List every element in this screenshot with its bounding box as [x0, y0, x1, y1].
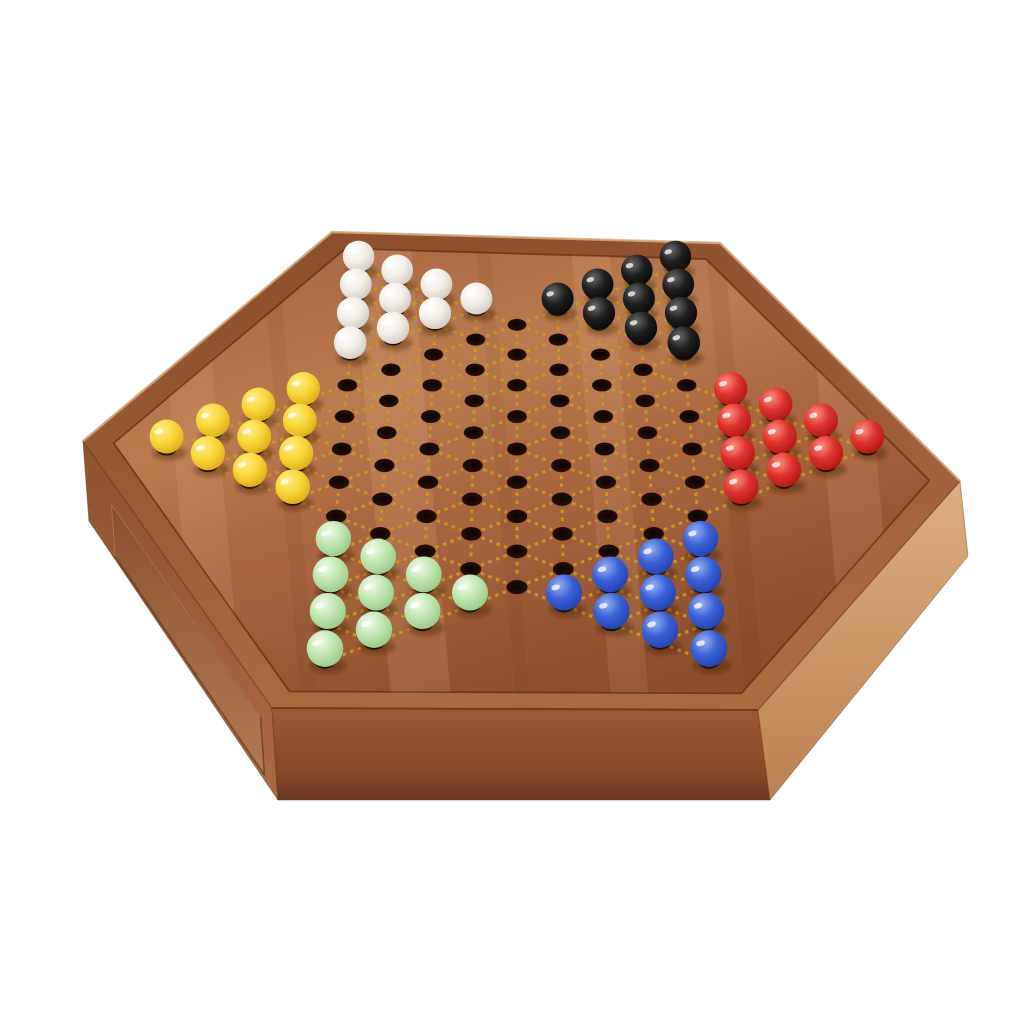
board-hole[interactable]: [507, 348, 526, 360]
board-hole[interactable]: [592, 379, 612, 392]
marble-green[interactable]: [356, 612, 392, 648]
board-hole[interactable]: [465, 394, 485, 407]
marble-red[interactable]: [759, 388, 793, 422]
marble-white[interactable]: [340, 268, 372, 300]
marble-red[interactable]: [804, 404, 838, 438]
marble-green[interactable]: [404, 593, 440, 629]
marble-black[interactable]: [621, 254, 653, 286]
marble-red[interactable]: [721, 436, 755, 470]
board-hole[interactable]: [464, 426, 484, 439]
board-hole[interactable]: [685, 476, 705, 489]
marble-red[interactable]: [724, 469, 759, 504]
marble-black[interactable]: [665, 297, 697, 329]
board-hole[interactable]: [379, 394, 399, 407]
board-hole[interactable]: [597, 510, 617, 524]
board-hole[interactable]: [507, 544, 528, 558]
board-hole[interactable]: [335, 410, 355, 423]
board-hole[interactable]: [462, 492, 482, 506]
marble-red[interactable]: [809, 436, 843, 470]
board-hole[interactable]: [635, 394, 655, 407]
marble-yellow[interactable]: [233, 453, 267, 487]
board-hole[interactable]: [552, 492, 572, 506]
board-hole[interactable]: [372, 492, 392, 506]
board-hole[interactable]: [418, 476, 438, 489]
board-hole[interactable]: [329, 476, 349, 489]
marble-green[interactable]: [452, 575, 488, 611]
marble-white[interactable]: [381, 254, 413, 286]
board-hole[interactable]: [465, 364, 484, 377]
board-hole[interactable]: [463, 459, 483, 472]
board-hole[interactable]: [507, 410, 527, 423]
board-hole[interactable]: [507, 442, 527, 455]
board-hole[interactable]: [549, 364, 568, 377]
marble-yellow[interactable]: [191, 436, 225, 470]
marble-green[interactable]: [358, 575, 394, 611]
board-hole[interactable]: [374, 459, 394, 472]
board-hole[interactable]: [593, 410, 613, 423]
marble-blue[interactable]: [691, 630, 728, 667]
marble-red[interactable]: [717, 404, 751, 438]
marble-white[interactable]: [343, 241, 374, 272]
marble-black[interactable]: [660, 241, 691, 272]
marble-white[interactable]: [419, 297, 451, 329]
marble-blue[interactable]: [642, 612, 678, 648]
board-hole[interactable]: [551, 459, 571, 472]
marble-green[interactable]: [313, 557, 349, 593]
board-hole[interactable]: [641, 492, 661, 506]
marble-yellow[interactable]: [279, 436, 313, 470]
board-hole[interactable]: [461, 527, 482, 541]
board-hole[interactable]: [633, 364, 652, 377]
board-hole[interactable]: [550, 394, 570, 407]
marble-yellow[interactable]: [237, 420, 271, 454]
marble-white[interactable]: [460, 283, 492, 315]
board-hole[interactable]: [682, 442, 702, 455]
marble-green[interactable]: [310, 593, 346, 629]
marble-yellow[interactable]: [242, 388, 276, 422]
board-hole[interactable]: [377, 426, 397, 439]
marble-black[interactable]: [668, 326, 701, 359]
marble-red[interactable]: [850, 420, 884, 454]
marble-blue[interactable]: [594, 593, 630, 629]
board-hole[interactable]: [507, 476, 527, 489]
board-hole[interactable]: [421, 410, 441, 423]
marble-green[interactable]: [307, 630, 344, 667]
board-hole[interactable]: [338, 379, 358, 392]
marble-white[interactable]: [377, 312, 409, 344]
board-hole[interactable]: [677, 379, 697, 392]
marble-green[interactable]: [316, 521, 351, 556]
board-hole[interactable]: [422, 379, 442, 392]
board-hole[interactable]: [639, 459, 659, 472]
marble-blue[interactable]: [546, 575, 582, 611]
marble-black[interactable]: [542, 283, 574, 315]
marble-white[interactable]: [379, 283, 411, 315]
front-side-wall: [272, 708, 770, 800]
marble-yellow[interactable]: [196, 404, 230, 438]
marble-red[interactable]: [763, 420, 797, 454]
board-hole[interactable]: [381, 364, 400, 377]
marble-black[interactable]: [662, 268, 694, 300]
marble-yellow[interactable]: [283, 404, 317, 438]
marble-white[interactable]: [421, 268, 453, 300]
board-hole[interactable]: [591, 348, 610, 360]
marble-yellow[interactable]: [150, 420, 184, 454]
marble-red[interactable]: [767, 453, 801, 487]
marble-green[interactable]: [406, 557, 442, 593]
board-hole[interactable]: [553, 562, 574, 576]
marble-blue[interactable]: [686, 557, 722, 593]
board-hole[interactable]: [508, 319, 527, 331]
board-hole[interactable]: [332, 442, 352, 455]
board-hole[interactable]: [466, 334, 485, 346]
board-hole[interactable]: [552, 527, 573, 541]
board-hole[interactable]: [643, 527, 664, 541]
board-hole[interactable]: [551, 426, 571, 439]
marble-green[interactable]: [360, 539, 396, 575]
board-hole[interactable]: [507, 510, 527, 524]
board-hole[interactable]: [507, 379, 527, 392]
marble-blue[interactable]: [688, 593, 724, 629]
marble-black[interactable]: [623, 283, 655, 315]
product-photo: [0, 0, 1024, 1024]
board-hole[interactable]: [415, 544, 436, 558]
board-hole[interactable]: [549, 334, 568, 346]
marble-red[interactable]: [714, 372, 747, 405]
board-hole[interactable]: [598, 544, 619, 558]
marble-blue[interactable]: [638, 539, 674, 575]
marble-yellow[interactable]: [287, 372, 320, 405]
board-hole[interactable]: [460, 562, 481, 576]
marble-yellow[interactable]: [275, 469, 310, 504]
board-hole[interactable]: [507, 580, 528, 594]
board-hole[interactable]: [680, 410, 700, 423]
board-hole[interactable]: [595, 442, 615, 455]
marble-blue[interactable]: [592, 557, 628, 593]
board-hole[interactable]: [424, 348, 443, 360]
marble-white[interactable]: [337, 297, 369, 329]
marble-black[interactable]: [583, 297, 615, 329]
board-hole[interactable]: [637, 426, 657, 439]
board-hole[interactable]: [419, 442, 439, 455]
board-hole[interactable]: [370, 527, 391, 541]
marble-white[interactable]: [334, 326, 367, 359]
marble-black[interactable]: [582, 268, 614, 300]
board-hole[interactable]: [416, 510, 436, 524]
marble-black[interactable]: [625, 312, 657, 344]
marble-blue[interactable]: [683, 521, 718, 556]
marble-blue[interactable]: [640, 575, 676, 611]
board-hole[interactable]: [596, 476, 616, 489]
